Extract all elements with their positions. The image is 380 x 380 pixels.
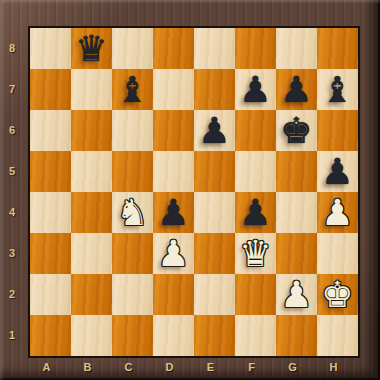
square-b8[interactable]: ♛: [71, 28, 112, 69]
piece-black-king[interactable]: ♚: [280, 110, 312, 151]
square-b2[interactable]: [71, 274, 112, 315]
square-e6[interactable]: ♟: [194, 110, 235, 151]
piece-black-pawn[interactable]: ♟: [157, 192, 189, 233]
square-a2[interactable]: [30, 274, 71, 315]
file-label-h: H: [313, 357, 354, 377]
file-label-d: D: [149, 357, 190, 377]
piece-black-pawn[interactable]: ♟: [321, 151, 353, 192]
square-a1[interactable]: [30, 315, 71, 356]
file-label-c: C: [108, 357, 149, 377]
file-label-g: G: [272, 357, 313, 377]
square-b4[interactable]: [71, 192, 112, 233]
square-d4[interactable]: ♟: [153, 192, 194, 233]
piece-white-king[interactable]: ♚: [321, 274, 353, 315]
square-c5[interactable]: [112, 151, 153, 192]
square-a7[interactable]: [30, 69, 71, 110]
piece-white-pawn[interactable]: ♟: [157, 233, 189, 274]
rank-label-3: 3: [0, 233, 24, 274]
square-g6[interactable]: ♚: [276, 110, 317, 151]
square-e5[interactable]: [194, 151, 235, 192]
rank-label-4: 4: [0, 192, 24, 233]
piece-black-pawn[interactable]: ♟: [280, 69, 312, 110]
piece-white-queen[interactable]: ♛: [239, 233, 271, 274]
piece-black-bishop[interactable]: ♝: [321, 69, 353, 110]
square-a4[interactable]: [30, 192, 71, 233]
chessboard-app: 87654321 ABCDEFGH ♛♝♟♟♝♟♚♟♞♟♟♟♟♛♟♚: [0, 0, 380, 380]
square-f5[interactable]: [235, 151, 276, 192]
square-d7[interactable]: [153, 69, 194, 110]
square-c8[interactable]: [112, 28, 153, 69]
rank-label-6: 6: [0, 110, 24, 151]
square-g1[interactable]: [276, 315, 317, 356]
file-label-e: E: [190, 357, 231, 377]
square-c6[interactable]: [112, 110, 153, 151]
square-f3[interactable]: ♛: [235, 233, 276, 274]
piece-white-knight[interactable]: ♞: [116, 192, 148, 233]
square-f2[interactable]: [235, 274, 276, 315]
square-g3[interactable]: [276, 233, 317, 274]
square-a6[interactable]: [30, 110, 71, 151]
rank-label-8: 8: [0, 28, 24, 69]
square-b6[interactable]: [71, 110, 112, 151]
square-f4[interactable]: ♟: [235, 192, 276, 233]
rank-label-7: 7: [0, 69, 24, 110]
square-f6[interactable]: [235, 110, 276, 151]
square-d8[interactable]: [153, 28, 194, 69]
square-g7[interactable]: ♟: [276, 69, 317, 110]
square-b7[interactable]: [71, 69, 112, 110]
square-d2[interactable]: [153, 274, 194, 315]
piece-black-bishop[interactable]: ♝: [116, 69, 148, 110]
square-h7[interactable]: ♝: [317, 69, 358, 110]
rank-label-2: 2: [0, 274, 24, 315]
square-e1[interactable]: [194, 315, 235, 356]
rank-label-1: 1: [0, 315, 24, 356]
piece-white-pawn[interactable]: ♟: [280, 274, 312, 315]
file-label-b: B: [67, 357, 108, 377]
square-b1[interactable]: [71, 315, 112, 356]
square-h5[interactable]: ♟: [317, 151, 358, 192]
square-a5[interactable]: [30, 151, 71, 192]
piece-black-queen[interactable]: ♛: [75, 28, 107, 69]
square-b3[interactable]: [71, 233, 112, 274]
piece-white-pawn[interactable]: ♟: [321, 192, 353, 233]
square-e3[interactable]: [194, 233, 235, 274]
board: ♛♝♟♟♝♟♚♟♞♟♟♟♟♛♟♚: [28, 26, 360, 358]
square-e2[interactable]: [194, 274, 235, 315]
square-f8[interactable]: [235, 28, 276, 69]
square-h6[interactable]: [317, 110, 358, 151]
square-c4[interactable]: ♞: [112, 192, 153, 233]
square-h8[interactable]: [317, 28, 358, 69]
square-d6[interactable]: [153, 110, 194, 151]
square-g5[interactable]: [276, 151, 317, 192]
square-h1[interactable]: [317, 315, 358, 356]
square-f7[interactable]: ♟: [235, 69, 276, 110]
square-g2[interactable]: ♟: [276, 274, 317, 315]
square-d3[interactable]: ♟: [153, 233, 194, 274]
square-e7[interactable]: [194, 69, 235, 110]
square-e4[interactable]: [194, 192, 235, 233]
square-a3[interactable]: [30, 233, 71, 274]
square-e8[interactable]: [194, 28, 235, 69]
square-g4[interactable]: [276, 192, 317, 233]
piece-black-pawn[interactable]: ♟: [239, 69, 271, 110]
piece-black-pawn[interactable]: ♟: [239, 192, 271, 233]
square-c3[interactable]: [112, 233, 153, 274]
square-g8[interactable]: [276, 28, 317, 69]
square-f1[interactable]: [235, 315, 276, 356]
square-c7[interactable]: ♝: [112, 69, 153, 110]
square-h2[interactable]: ♚: [317, 274, 358, 315]
piece-black-pawn[interactable]: ♟: [198, 110, 230, 151]
rank-label-5: 5: [0, 151, 24, 192]
square-d1[interactable]: [153, 315, 194, 356]
file-label-a: A: [26, 357, 67, 377]
square-d5[interactable]: [153, 151, 194, 192]
square-h3[interactable]: [317, 233, 358, 274]
square-c1[interactable]: [112, 315, 153, 356]
file-label-f: F: [231, 357, 272, 377]
square-a8[interactable]: [30, 28, 71, 69]
square-c2[interactable]: [112, 274, 153, 315]
square-h4[interactable]: ♟: [317, 192, 358, 233]
square-b5[interactable]: [71, 151, 112, 192]
